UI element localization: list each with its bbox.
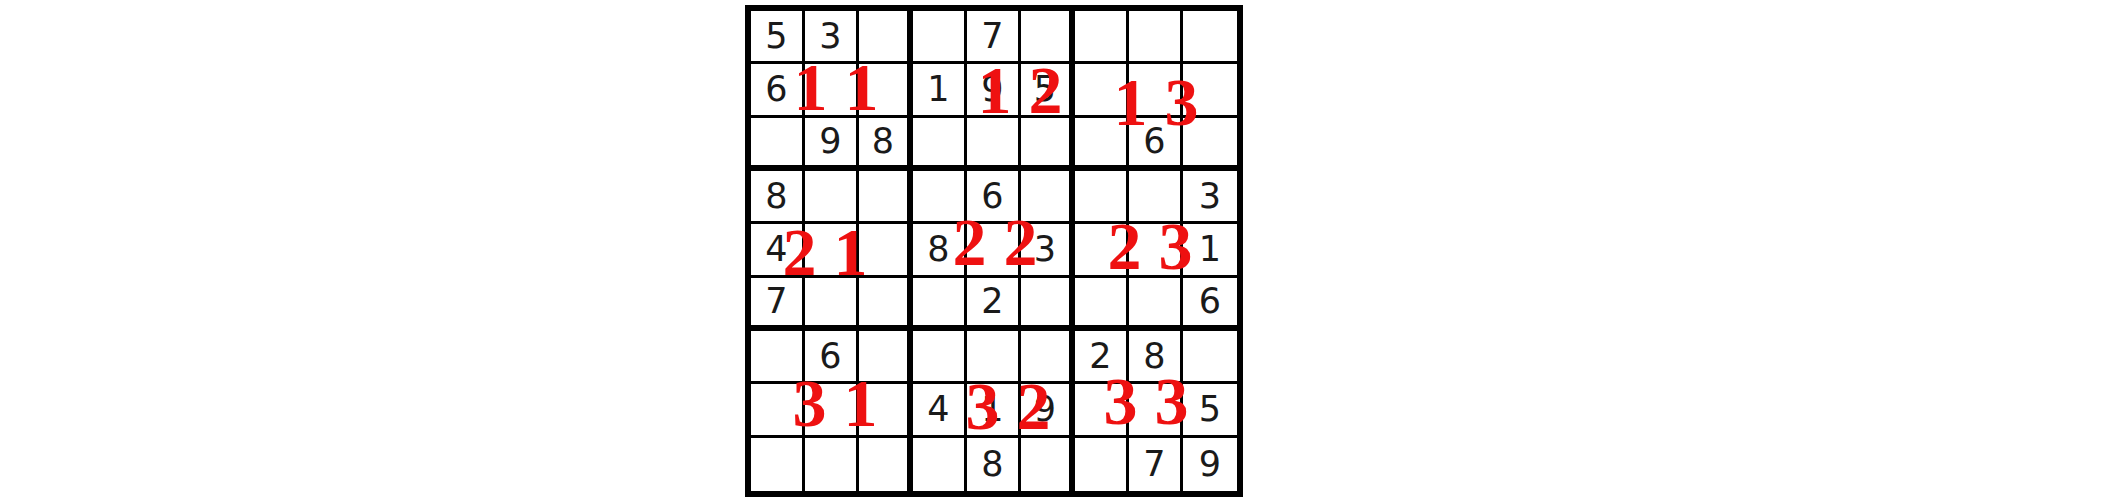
cell-r8c7 [1075,384,1129,437]
cell-r1c9 [1183,11,1237,64]
cell-r5c1: 4 [751,224,805,277]
cell-r5c8 [1129,224,1183,277]
cell-r1c5: 7 [967,11,1021,64]
cell-r8c6: 9 [1021,384,1075,437]
cell-r6c1: 7 [751,278,805,331]
cell-r6c3 [859,278,913,331]
cell-r1c6 [1021,11,1075,64]
cell-r3c9 [1183,118,1237,171]
cell-r9c9: 9 [1183,438,1237,491]
cell-r7c5 [967,331,1021,384]
cell-r8c3 [859,384,913,437]
cell-r1c2: 3 [805,11,859,64]
cell-r5c7 [1075,224,1129,277]
cell-r8c1 [751,384,805,437]
cell-r6c2 [805,278,859,331]
sudoku-grid: 537619598686348317266284195879 [745,5,1243,497]
cell-r7c8: 8 [1129,331,1183,384]
cell-r9c5: 8 [967,438,1021,491]
cell-r5c5 [967,224,1021,277]
cell-r7c2: 6 [805,331,859,384]
cell-r2c1: 6 [751,64,805,117]
cell-r2c7 [1075,64,1129,117]
cell-r6c5: 2 [967,278,1021,331]
cell-r2c2 [805,64,859,117]
cell-r6c7 [1075,278,1129,331]
cell-r2c5: 9 [967,64,1021,117]
cell-r3c4 [913,118,967,171]
cell-r4c8 [1129,171,1183,224]
cell-r8c2 [805,384,859,437]
cell-r4c7 [1075,171,1129,224]
cell-r1c3 [859,11,913,64]
cell-r3c7 [1075,118,1129,171]
cell-r9c4 [913,438,967,491]
cell-r3c5 [967,118,1021,171]
cell-r9c8: 7 [1129,438,1183,491]
cell-r5c2 [805,224,859,277]
cell-r4c6 [1021,171,1075,224]
cell-r3c6 [1021,118,1075,171]
sudoku-board: 537619598686348317266284195879 1 11 21 3… [745,5,1243,497]
cell-r6c6 [1021,278,1075,331]
cell-r2c9 [1183,64,1237,117]
cell-r4c4 [913,171,967,224]
cell-r6c9: 6 [1183,278,1237,331]
cell-r2c6: 5 [1021,64,1075,117]
cell-r3c1 [751,118,805,171]
cell-r4c9: 3 [1183,171,1237,224]
cell-r8c4: 4 [913,384,967,437]
cell-r5c9: 1 [1183,224,1237,277]
cell-r7c7: 2 [1075,331,1129,384]
cell-r9c7 [1075,438,1129,491]
cell-r9c2 [805,438,859,491]
cell-r2c8 [1129,64,1183,117]
cell-r2c3 [859,64,913,117]
cell-r1c1: 5 [751,11,805,64]
cell-r9c3 [859,438,913,491]
cell-r2c4: 1 [913,64,967,117]
cell-r5c4: 8 [913,224,967,277]
cell-r5c6: 3 [1021,224,1075,277]
cell-r8c9: 5 [1183,384,1237,437]
cell-r1c8 [1129,11,1183,64]
cell-r7c3 [859,331,913,384]
cell-r1c4 [913,11,967,64]
cell-r6c4 [913,278,967,331]
cell-r7c1 [751,331,805,384]
cell-r9c6 [1021,438,1075,491]
cell-r8c5: 1 [967,384,1021,437]
cell-r7c4 [913,331,967,384]
cell-r8c8 [1129,384,1183,437]
cell-r5c3 [859,224,913,277]
cell-r3c2: 9 [805,118,859,171]
cell-r4c5: 6 [967,171,1021,224]
cell-r7c9 [1183,331,1237,384]
cell-r4c1: 8 [751,171,805,224]
cell-r9c1 [751,438,805,491]
cell-r6c8 [1129,278,1183,331]
cell-r3c3: 8 [859,118,913,171]
cell-r4c2 [805,171,859,224]
cell-r3c8: 6 [1129,118,1183,171]
cell-r7c6 [1021,331,1075,384]
cell-r1c7 [1075,11,1129,64]
cell-r4c3 [859,171,913,224]
